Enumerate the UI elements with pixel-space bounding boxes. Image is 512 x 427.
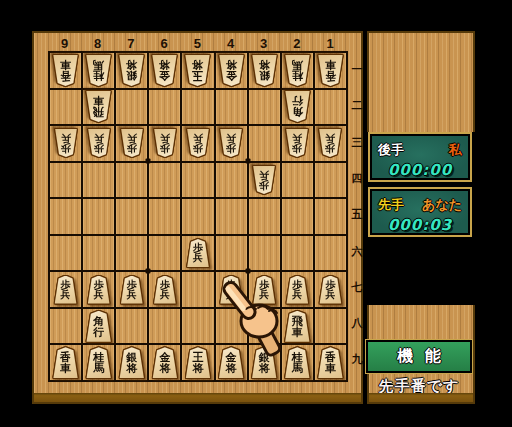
- piece-2h-sente[interactable]: 飛車: [284, 311, 311, 342]
- piece-8b-gote[interactable]: 飛車: [85, 91, 112, 122]
- piece-6g-sente[interactable]: 歩兵: [153, 276, 177, 304]
- piece-2g-sente[interactable]: 歩兵: [285, 276, 309, 304]
- cell-8b[interactable]: 飛車: [83, 90, 114, 125]
- piece-5a-gote[interactable]: 玉将: [184, 55, 211, 86]
- shogi-board-panel: 987654321 香車桂馬銀将金将玉将金将銀将桂馬香車飛車角行歩兵歩兵歩兵歩兵…: [32, 31, 363, 404]
- cell-5i[interactable]: 王将: [182, 345, 213, 380]
- cell-7b[interactable]: [116, 90, 147, 125]
- cell-9i[interactable]: 香車: [50, 345, 81, 380]
- cell-7a[interactable]: 銀将: [116, 53, 147, 88]
- piece-6i-sente[interactable]: 金将: [151, 347, 178, 378]
- cell-2i[interactable]: 桂馬: [282, 345, 313, 380]
- cell-7d[interactable]: [116, 163, 147, 198]
- gote-time: 000:00: [370, 161, 470, 179]
- cell-2d[interactable]: [282, 163, 313, 198]
- cell-6a[interactable]: 金将: [149, 53, 180, 88]
- hoshi-dot: [146, 269, 151, 274]
- cell-5a[interactable]: 玉将: [182, 53, 213, 88]
- piece-4g-sente[interactable]: 歩兵: [219, 276, 243, 304]
- cell-4b[interactable]: [216, 90, 247, 125]
- gote-player-name: 私: [449, 141, 462, 159]
- piece-2c-gote[interactable]: 歩兵: [285, 129, 309, 157]
- menu-button-label: 機能: [385, 346, 453, 367]
- piece-4c-gote[interactable]: 歩兵: [219, 129, 243, 157]
- cell-7h[interactable]: [116, 309, 147, 344]
- cell-4h[interactable]: [216, 309, 247, 344]
- piece-2i-sente[interactable]: 桂馬: [284, 347, 311, 378]
- cell-7i[interactable]: 銀将: [116, 345, 147, 380]
- piece-1i-sente[interactable]: 香車: [317, 347, 344, 378]
- cell-6e[interactable]: [149, 199, 180, 234]
- cell-7e[interactable]: [116, 199, 147, 234]
- piece-7a-gote[interactable]: 銀将: [118, 55, 145, 86]
- cell-1c[interactable]: 歩兵: [315, 126, 346, 161]
- cell-1a[interactable]: 香車: [315, 53, 346, 88]
- piece-2a-gote[interactable]: 桂馬: [284, 55, 311, 86]
- file-label-9: 9: [48, 36, 81, 51]
- piece-7g-sente[interactable]: 歩兵: [120, 276, 144, 304]
- piece-1c-gote[interactable]: 歩兵: [318, 129, 342, 157]
- cell-9e[interactable]: [50, 199, 81, 234]
- piece-6a-gote[interactable]: 金将: [151, 55, 178, 86]
- cell-5c[interactable]: 歩兵: [182, 126, 213, 161]
- piece-4i-sente[interactable]: 金将: [218, 347, 245, 378]
- piece-4a-gote[interactable]: 金将: [218, 55, 245, 86]
- cell-1f[interactable]: [315, 236, 346, 271]
- cell-8e[interactable]: [83, 199, 114, 234]
- cell-9g[interactable]: 歩兵: [50, 272, 81, 307]
- piece-5i-sente[interactable]: 王将: [184, 347, 211, 378]
- cell-3b[interactable]: [249, 90, 280, 125]
- hoshi-dot: [146, 159, 151, 164]
- rank-label-3: 三: [349, 135, 365, 150]
- cell-9c[interactable]: 歩兵: [50, 126, 81, 161]
- cell-4i[interactable]: 金将: [216, 345, 247, 380]
- piece-1g-sente[interactable]: 歩兵: [318, 276, 342, 304]
- cell-8h[interactable]: 角行: [83, 309, 114, 344]
- piece-9a-gote[interactable]: 香車: [52, 55, 79, 86]
- piece-3d-gote[interactable]: 歩兵: [252, 166, 276, 194]
- piece-9g-sente[interactable]: 歩兵: [54, 276, 78, 304]
- cell-8i[interactable]: 桂馬: [83, 345, 114, 380]
- cell-9a[interactable]: 香車: [50, 53, 81, 88]
- cell-2h[interactable]: 飛車: [282, 309, 313, 344]
- cell-2b[interactable]: 角行: [282, 90, 313, 125]
- cell-6c[interactable]: 歩兵: [149, 126, 180, 161]
- rank-label-6: 六: [349, 244, 365, 259]
- cell-4d[interactable]: [216, 163, 247, 198]
- menu-button[interactable]: 機能: [366, 340, 472, 373]
- file-label-5: 5: [181, 36, 214, 51]
- cell-9d[interactable]: [50, 163, 81, 198]
- file-label-8: 8: [81, 36, 114, 51]
- rank-label-9: 九: [349, 352, 365, 367]
- cell-3d[interactable]: 歩兵: [249, 163, 280, 198]
- cell-1b[interactable]: [315, 90, 346, 125]
- cell-9f[interactable]: [50, 236, 81, 271]
- sidebar-panel-edge: [369, 393, 473, 402]
- hoshi-dot: [246, 269, 251, 274]
- rank-label-8: 八: [349, 316, 365, 331]
- sente-label: 先手: [378, 196, 404, 214]
- piece-3i-sente[interactable]: 銀将: [251, 347, 278, 378]
- piece-9i-sente[interactable]: 香車: [52, 347, 79, 378]
- sente-player-name: あなた: [422, 196, 462, 214]
- cell-8a[interactable]: 桂馬: [83, 53, 114, 88]
- cell-4a[interactable]: 金将: [216, 53, 247, 88]
- sidebar-info-area: 後手 私 000:00 先手 あなた 000:03 機能 先手番です: [367, 132, 475, 305]
- piece-9c-gote[interactable]: 歩兵: [54, 129, 78, 157]
- cell-3a[interactable]: 銀将: [249, 53, 280, 88]
- file-label-6: 6: [148, 36, 181, 51]
- cell-5b[interactable]: [182, 90, 213, 125]
- game-screen: 987654321 香車桂馬銀将金将玉将金将銀将桂馬香車飛車角行歩兵歩兵歩兵歩兵…: [0, 0, 512, 427]
- sente-time: 000:03: [370, 216, 470, 234]
- cell-8f[interactable]: [83, 236, 114, 271]
- piece-5c-gote[interactable]: 歩兵: [186, 129, 210, 157]
- cell-8g[interactable]: 歩兵: [83, 272, 114, 307]
- cell-9h[interactable]: [50, 309, 81, 344]
- cell-3i[interactable]: 銀将: [249, 345, 280, 380]
- cell-3f[interactable]: [249, 236, 280, 271]
- piece-7c-gote[interactable]: 歩兵: [120, 129, 144, 157]
- piece-6c-gote[interactable]: 歩兵: [153, 129, 177, 157]
- cell-1h[interactable]: [315, 309, 346, 344]
- cell-6f[interactable]: [149, 236, 180, 271]
- cell-6h[interactable]: [149, 309, 180, 344]
- gote-clock: 後手 私 000:00: [368, 132, 472, 182]
- piece-3a-gote[interactable]: 銀将: [251, 55, 278, 86]
- piece-2b-gote[interactable]: 角行: [284, 91, 311, 122]
- piece-7i-sente[interactable]: 銀将: [118, 347, 145, 378]
- rank-label-7: 七: [349, 280, 365, 295]
- piece-8g-sente[interactable]: 歩兵: [87, 276, 111, 304]
- file-label-2: 2: [280, 36, 313, 51]
- sidebar-panel: 後手 私 000:00 先手 あなた 000:03 機能 先手番です: [367, 31, 475, 404]
- cell-5g[interactable]: [182, 272, 213, 307]
- cell-9b[interactable]: [50, 90, 81, 125]
- piece-8a-gote[interactable]: 桂馬: [85, 55, 112, 86]
- cell-2c[interactable]: 歩兵: [282, 126, 313, 161]
- cell-6g[interactable]: 歩兵: [149, 272, 180, 307]
- cell-4e[interactable]: [216, 199, 247, 234]
- cell-3h[interactable]: [249, 309, 280, 344]
- rank-label-5: 五: [349, 207, 365, 222]
- cell-3g[interactable]: 歩兵: [249, 272, 280, 307]
- hoshi-dot: [246, 159, 251, 164]
- piece-3g-sente[interactable]: 歩兵: [252, 276, 276, 304]
- cell-2f[interactable]: [282, 236, 313, 271]
- cell-7g[interactable]: 歩兵: [116, 272, 147, 307]
- cell-2g[interactable]: 歩兵: [282, 272, 313, 307]
- piece-8c-gote[interactable]: 歩兵: [87, 129, 111, 157]
- cell-2e[interactable]: [282, 199, 313, 234]
- rank-label-1: 一: [349, 62, 365, 77]
- cell-5d[interactable]: [182, 163, 213, 198]
- cell-4f[interactable]: [216, 236, 247, 271]
- cell-4g[interactable]: 歩兵: [216, 272, 247, 307]
- file-label-4: 4: [214, 36, 247, 51]
- cell-6b[interactable]: [149, 90, 180, 125]
- cell-4c[interactable]: 歩兵: [216, 126, 247, 161]
- piece-1a-gote[interactable]: 香車: [317, 55, 344, 86]
- cell-7c[interactable]: 歩兵: [116, 126, 147, 161]
- piece-5f-sente[interactable]: 歩兵: [186, 239, 210, 267]
- cell-5f[interactable]: 歩兵: [182, 236, 213, 271]
- cell-5h[interactable]: [182, 309, 213, 344]
- cell-2a[interactable]: 桂馬: [282, 53, 313, 88]
- board-panel-edge: [34, 393, 361, 402]
- cell-5e[interactable]: [182, 199, 213, 234]
- file-label-1: 1: [314, 36, 347, 51]
- cell-7f[interactable]: [116, 236, 147, 271]
- cell-3e[interactable]: [249, 199, 280, 234]
- cell-3c[interactable]: [249, 126, 280, 161]
- cell-6i[interactable]: 金将: [149, 345, 180, 380]
- file-label-3: 3: [247, 36, 280, 51]
- rank-label-2: 二: [349, 98, 365, 113]
- cell-8c[interactable]: 歩兵: [83, 126, 114, 161]
- rank-label-4: 四: [349, 171, 365, 186]
- cell-1i[interactable]: 香車: [315, 345, 346, 380]
- piece-8i-sente[interactable]: 桂馬: [85, 347, 112, 378]
- piece-8h-sente[interactable]: 角行: [85, 311, 112, 342]
- shogi-board: 香車桂馬銀将金将玉将金将銀将桂馬香車飛車角行歩兵歩兵歩兵歩兵歩兵歩兵歩兵歩兵歩兵…: [48, 51, 348, 382]
- cell-1d[interactable]: [315, 163, 346, 198]
- cell-6d[interactable]: [149, 163, 180, 198]
- gote-label: 後手: [378, 141, 404, 159]
- cell-1e[interactable]: [315, 199, 346, 234]
- sente-clock: 先手 あなた 000:03: [368, 187, 472, 237]
- cell-1g[interactable]: 歩兵: [315, 272, 346, 307]
- cell-8d[interactable]: [83, 163, 114, 198]
- file-label-7: 7: [114, 36, 147, 51]
